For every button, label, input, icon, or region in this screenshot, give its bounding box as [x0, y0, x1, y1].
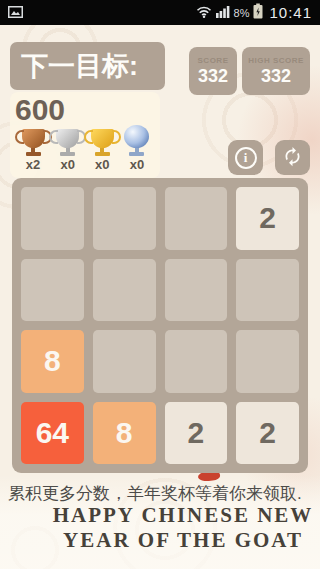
- cell-r0c1: [93, 187, 156, 250]
- info-icon: i: [235, 147, 257, 169]
- new-year-banner: HAPPY CHINESE NEW YEAR OF THE GOAT: [0, 503, 320, 553]
- platinum-trophy-count: x0: [130, 157, 144, 172]
- cell-r0c2: [165, 187, 228, 250]
- cell-r3c3: 2: [236, 402, 299, 465]
- battery-percent: 8%: [234, 7, 250, 19]
- gold-trophy-count: x0: [95, 157, 109, 172]
- cell-r1c1: [93, 259, 156, 322]
- score-box: SCORE 332: [189, 47, 237, 95]
- high-score-value: 332: [261, 66, 291, 87]
- silver-trophy-item: x0: [51, 125, 85, 172]
- cell-r2c0: 8: [21, 330, 84, 393]
- next-goal-label: 下一目标:: [21, 48, 138, 84]
- info-button[interactable]: i: [228, 140, 263, 175]
- cell-r0c0: [21, 187, 84, 250]
- banner-line-1: HAPPY CHINESE NEW: [46, 503, 320, 528]
- cell-r3c1: 8: [93, 402, 156, 465]
- bronze-trophy-icon: [22, 125, 45, 156]
- cell-r2c3: [236, 330, 299, 393]
- score-label: SCORE: [198, 56, 229, 65]
- cell-r2c2: [165, 330, 228, 393]
- platinum-trophy-icon: [124, 125, 149, 156]
- bronze-trophy-count: x2: [26, 157, 40, 172]
- cell-r3c0: 64: [21, 402, 84, 465]
- signal-bars-icon: [216, 4, 230, 22]
- high-score-box: HIGH SCORE 332: [242, 47, 310, 95]
- next-goal-box: 下一目标:: [10, 42, 165, 90]
- bronze-trophy-item: x2: [16, 125, 50, 172]
- cell-r2c1: [93, 330, 156, 393]
- cell-r0c3: 2: [236, 187, 299, 250]
- goal-trophies-panel: 600 x2 x0 x0: [10, 92, 160, 178]
- wifi-icon: [196, 4, 212, 22]
- clock: 10:41: [269, 4, 312, 21]
- restart-button[interactable]: [275, 140, 310, 175]
- score-value: 332: [198, 66, 228, 87]
- battery-charging-icon: [253, 3, 263, 23]
- phone-screen: 8% 10:41 下一目标: SCORE 332 HIGH SCORE 332: [0, 0, 320, 569]
- gold-trophy-icon: [91, 125, 114, 156]
- cell-r1c2: [165, 259, 228, 322]
- screenshot-icon: [8, 4, 23, 22]
- platinum-trophy-item: x0: [120, 125, 154, 172]
- refresh-icon: [282, 146, 303, 170]
- hint-text: 累积更多分数，羊年奖杯等着你来领取.: [8, 482, 318, 505]
- silver-trophy-count: x0: [60, 157, 74, 172]
- cell-r1c0: [21, 259, 84, 322]
- gold-trophy-item: x0: [85, 125, 119, 172]
- trophy-row: x2 x0 x0 x0: [10, 123, 160, 172]
- next-goal-value: 600: [15, 96, 160, 123]
- game-board[interactable]: 2 8 64 8 2 2: [12, 178, 308, 473]
- android-status-bar: 8% 10:41: [0, 0, 320, 25]
- banner-line-2: YEAR OF THE GOAT: [46, 528, 320, 553]
- high-score-label: HIGH SCORE: [248, 56, 304, 65]
- cell-r1c3: [236, 259, 299, 322]
- game-screen: 下一目标: SCORE 332 HIGH SCORE 332 600 x2: [0, 25, 320, 569]
- silver-trophy-icon: [56, 125, 79, 156]
- cell-r3c2: 2: [165, 402, 228, 465]
